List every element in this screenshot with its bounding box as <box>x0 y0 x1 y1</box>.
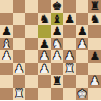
square-d2[interactable] <box>38 75 51 88</box>
black-rook-h8[interactable]: ♜ <box>90 0 100 12</box>
square-a7[interactable] <box>0 13 13 26</box>
square-h3[interactable] <box>88 63 101 76</box>
white-pawn-d3[interactable]: ♟ <box>39 63 49 75</box>
square-d8[interactable] <box>38 0 51 13</box>
black-pawn-a6[interactable]: ♟ <box>1 25 11 37</box>
square-h8[interactable]: ♜ <box>88 0 101 13</box>
white-pawn-a4[interactable]: ♟ <box>1 50 11 62</box>
square-g6[interactable]: ♟ <box>76 25 89 38</box>
square-h2[interactable]: ♟ <box>88 75 101 88</box>
square-e7[interactable]: ♝ <box>51 13 64 26</box>
square-c4[interactable] <box>25 50 38 63</box>
square-f2[interactable] <box>63 75 76 88</box>
square-f3[interactable]: ♜ <box>63 63 76 76</box>
square-g2[interactable] <box>76 75 89 88</box>
white-pawn-g5[interactable]: ♟ <box>77 38 87 50</box>
white-king-g1[interactable]: ♚ <box>77 88 87 100</box>
square-g3[interactable] <box>76 63 89 76</box>
chess-board: ♚♜♞♝♟♞♟♟♟♝♟♞♟♟♟♟♟♟♟♟♜♜♟♜♚ <box>0 0 101 100</box>
black-king-e8[interactable]: ♚ <box>52 0 62 12</box>
square-f6[interactable] <box>63 25 76 38</box>
square-e5[interactable]: ♞ <box>51 38 64 51</box>
square-e8[interactable]: ♚ <box>51 0 64 13</box>
square-a5[interactable]: ♝ <box>0 38 13 51</box>
square-b7[interactable] <box>13 13 26 26</box>
square-b5[interactable] <box>13 38 26 51</box>
board-container: ♚♜♞♝♟♞♟♟♟♝♟♞♟♟♟♟♟♟♟♟♜♜♟♜♚ <box>0 0 101 100</box>
square-d4[interactable]: ♟ <box>38 50 51 63</box>
square-e2[interactable]: ♜ <box>51 75 64 88</box>
square-d7[interactable]: ♞ <box>38 13 51 26</box>
square-h7[interactable]: ♞ <box>88 13 101 26</box>
square-b3[interactable]: ♟ <box>13 63 26 76</box>
square-c2[interactable] <box>25 75 38 88</box>
black-pawn-d5[interactable]: ♟ <box>39 38 49 50</box>
square-c3[interactable] <box>25 63 38 76</box>
black-knight-d7[interactable]: ♞ <box>39 13 49 25</box>
square-g4[interactable] <box>76 50 89 63</box>
square-e6[interactable]: ♟ <box>51 25 64 38</box>
white-bishop-a5[interactable]: ♝ <box>1 38 11 50</box>
black-pawn-f7[interactable]: ♟ <box>64 13 74 25</box>
square-h6[interactable] <box>88 25 101 38</box>
white-pawn-h2[interactable]: ♟ <box>90 75 100 87</box>
square-g5[interactable]: ♟ <box>76 38 89 51</box>
square-c5[interactable] <box>25 38 38 51</box>
square-h4[interactable]: ♟ <box>88 50 101 63</box>
square-e1[interactable] <box>51 88 64 101</box>
square-a2[interactable] <box>0 75 13 88</box>
square-c8[interactable] <box>25 0 38 13</box>
square-a8[interactable] <box>0 0 13 13</box>
square-b1[interactable]: ♜ <box>13 88 26 101</box>
square-e3[interactable] <box>51 63 64 76</box>
square-b4[interactable] <box>13 50 26 63</box>
square-b8[interactable] <box>13 0 26 13</box>
white-rook-b1[interactable]: ♜ <box>14 88 24 100</box>
square-b6[interactable] <box>13 25 26 38</box>
black-pawn-h4[interactable]: ♟ <box>90 50 100 62</box>
square-a1[interactable] <box>0 88 13 101</box>
white-pawn-f4[interactable]: ♟ <box>64 50 74 62</box>
white-pawn-d4[interactable]: ♟ <box>39 50 49 62</box>
square-b2[interactable] <box>13 75 26 88</box>
square-c7[interactable] <box>25 13 38 26</box>
square-a6[interactable]: ♟ <box>0 25 13 38</box>
square-h1[interactable] <box>88 88 101 101</box>
square-d1[interactable] <box>38 88 51 101</box>
white-rook-f3[interactable]: ♜ <box>64 63 74 75</box>
square-e4[interactable]: ♟ <box>51 50 64 63</box>
square-d5[interactable]: ♟ <box>38 38 51 51</box>
square-f1[interactable] <box>63 88 76 101</box>
black-pawn-e6[interactable]: ♟ <box>52 25 62 37</box>
white-pawn-e4[interactable]: ♟ <box>52 50 62 62</box>
square-a4[interactable]: ♟ <box>0 50 13 63</box>
square-h5[interactable] <box>88 38 101 51</box>
black-rook-e2[interactable]: ♜ <box>52 75 62 87</box>
white-pawn-b3[interactable]: ♟ <box>14 63 24 75</box>
black-pawn-g6[interactable]: ♟ <box>77 25 87 37</box>
square-d3[interactable]: ♟ <box>38 63 51 76</box>
square-g7[interactable] <box>76 13 89 26</box>
square-g8[interactable] <box>76 0 89 13</box>
square-c6[interactable] <box>25 25 38 38</box>
square-f5[interactable] <box>63 38 76 51</box>
square-f7[interactable]: ♟ <box>63 13 76 26</box>
black-bishop-e7[interactable]: ♝ <box>52 13 62 25</box>
square-c1[interactable] <box>25 88 38 101</box>
white-knight-e5[interactable]: ♞ <box>52 38 62 50</box>
square-f8[interactable] <box>63 0 76 13</box>
square-f4[interactable]: ♟ <box>63 50 76 63</box>
square-d6[interactable] <box>38 25 51 38</box>
square-a3[interactable] <box>0 63 13 76</box>
square-g1[interactable]: ♚ <box>76 88 89 101</box>
black-knight-h7[interactable]: ♞ <box>90 13 100 25</box>
